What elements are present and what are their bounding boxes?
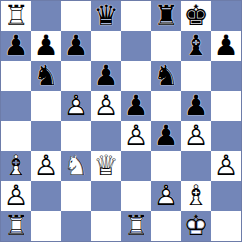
square-a2[interactable]: ♟♙ [1,181,31,211]
square-h3[interactable]: ♟♙ [211,151,241,181]
black-knight-icon[interactable]: ♞ [31,61,61,91]
white-pawn-icon[interactable]: ♟♙ [61,91,91,121]
white-knight-icon[interactable]: ♞♘ [61,151,91,181]
square-h4[interactable] [211,121,241,151]
square-g6[interactable] [181,61,211,91]
square-h8[interactable] [211,1,241,31]
white-pawn-icon[interactable]: ♟♙ [1,181,31,211]
white-queen-icon[interactable]: ♛♕ [91,151,121,181]
square-b6[interactable]: ♞ [31,61,61,91]
square-h6[interactable] [211,61,241,91]
black-bishop-icon[interactable]: ♝ [181,31,211,61]
white-king-icon[interactable]: ♚♔ [181,211,211,241]
square-b8[interactable] [31,1,61,31]
white-bishop-icon[interactable]: ♝♗ [1,151,31,181]
black-rook-icon[interactable]: ♜ [151,1,181,31]
square-c5[interactable]: ♟♙ [61,91,91,121]
square-c2[interactable] [61,181,91,211]
square-a4[interactable] [1,121,31,151]
black-pawn-icon[interactable]: ♟ [181,91,211,121]
square-f3[interactable] [151,151,181,181]
white-rook-icon[interactable]: ♜♖ [121,211,151,241]
white-rook-icon[interactable]: ♜♖ [1,211,31,241]
square-b4[interactable] [31,121,61,151]
square-a7[interactable]: ♟ [1,31,31,61]
square-b3[interactable]: ♟♙ [31,151,61,181]
square-g4[interactable]: ♟♙ [181,121,211,151]
square-d2[interactable] [91,181,121,211]
square-a1[interactable]: ♜♖ [1,211,31,241]
white-pawn-icon[interactable]: ♟♙ [211,151,241,181]
black-pawn-icon[interactable]: ♟ [31,31,61,61]
square-f5[interactable] [151,91,181,121]
square-e4[interactable]: ♟♙ [121,121,151,151]
square-b5[interactable] [31,91,61,121]
square-d6[interactable]: ♟ [91,61,121,91]
square-f2[interactable]: ♟♙ [151,181,181,211]
square-e5[interactable]: ♟ [121,91,151,121]
square-g3[interactable] [181,151,211,181]
square-f8[interactable]: ♜ [151,1,181,31]
square-c6[interactable] [61,61,91,91]
white-pawn-icon[interactable]: ♟♙ [31,151,61,181]
square-d5[interactable]: ♟♙ [91,91,121,121]
square-e6[interactable] [121,61,151,91]
square-d4[interactable] [91,121,121,151]
square-g7[interactable]: ♝ [181,31,211,61]
square-f7[interactable] [151,31,181,61]
white-pawn-icon[interactable]: ♟♙ [151,181,181,211]
square-g8[interactable]: ♚ [181,1,211,31]
black-knight-icon[interactable]: ♞ [151,61,181,91]
white-bishop-icon[interactable]: ♝♗ [181,181,211,211]
black-pawn-icon[interactable]: ♟ [91,61,121,91]
square-d7[interactable] [91,31,121,61]
square-e8[interactable] [121,1,151,31]
square-h2[interactable] [211,181,241,211]
square-c1[interactable] [61,211,91,241]
black-pawn-icon[interactable]: ♟ [61,31,91,61]
square-d1[interactable] [91,211,121,241]
square-a8[interactable]: ♜♖ [1,1,31,31]
square-a3[interactable]: ♝♗ [1,151,31,181]
square-a6[interactable] [1,61,31,91]
black-queen-icon[interactable]: ♛ [91,1,121,31]
square-d8[interactable]: ♛ [91,1,121,31]
square-b7[interactable]: ♟ [31,31,61,61]
square-e1[interactable]: ♜♖ [121,211,151,241]
square-c4[interactable] [61,121,91,151]
white-rook-icon[interactable]: ♜♖ [1,1,31,31]
square-c3[interactable]: ♞♘ [61,151,91,181]
square-h1[interactable] [211,211,241,241]
square-h7[interactable]: ♟ [211,31,241,61]
chess-board: ♜♖♛♜♚♟♟♟♝♟♞♟♞♟♙♟♙♟♟♟♙♟♟♙♝♗♟♙♞♘♛♕♟♙♟♙♟♙♝♗… [0,0,242,242]
square-b2[interactable] [31,181,61,211]
square-f1[interactable] [151,211,181,241]
square-d3[interactable]: ♛♕ [91,151,121,181]
square-f6[interactable]: ♞ [151,61,181,91]
black-king-icon[interactable]: ♚ [181,1,211,31]
square-f4[interactable]: ♟ [151,121,181,151]
square-a5[interactable] [1,91,31,121]
square-c7[interactable]: ♟ [61,31,91,61]
square-b1[interactable] [31,211,61,241]
square-h5[interactable] [211,91,241,121]
black-pawn-icon[interactable]: ♟ [121,91,151,121]
square-e7[interactable] [121,31,151,61]
black-pawn-icon[interactable]: ♟ [1,31,31,61]
white-pawn-icon[interactable]: ♟♙ [181,121,211,151]
square-e2[interactable] [121,181,151,211]
black-pawn-icon[interactable]: ♟ [151,121,181,151]
square-e3[interactable] [121,151,151,181]
white-pawn-icon[interactable]: ♟♙ [91,91,121,121]
square-c8[interactable] [61,1,91,31]
square-g2[interactable]: ♝♗ [181,181,211,211]
square-g5[interactable]: ♟ [181,91,211,121]
white-pawn-icon[interactable]: ♟♙ [121,121,151,151]
black-pawn-icon[interactable]: ♟ [211,31,241,61]
square-g1[interactable]: ♚♔ [181,211,211,241]
